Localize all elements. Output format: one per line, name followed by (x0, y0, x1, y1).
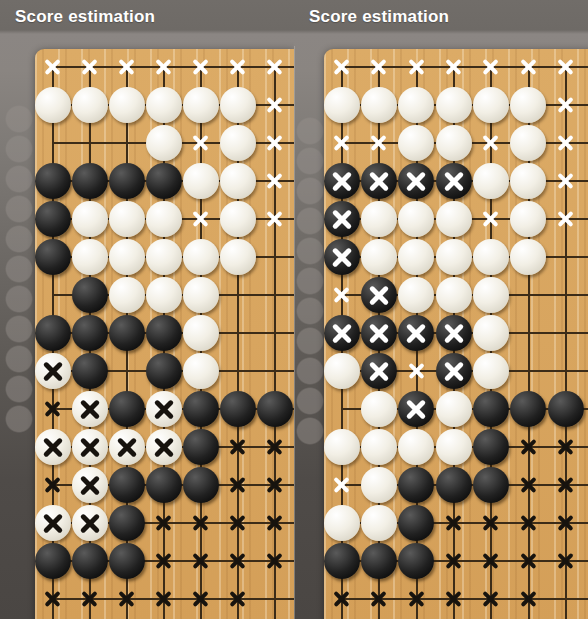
black-stone (473, 467, 509, 503)
board-cell[interactable] (256, 390, 293, 428)
board-cell[interactable] (398, 352, 435, 390)
board-cell[interactable] (108, 86, 145, 124)
board-cell[interactable] (145, 542, 182, 580)
board-cell[interactable] (547, 428, 584, 466)
board-cell[interactable] (472, 200, 509, 238)
board-cell[interactable] (71, 124, 108, 162)
board-cell[interactable] (435, 352, 472, 390)
board-cell[interactable] (398, 466, 435, 504)
black-territory-x-icon (230, 477, 246, 493)
black-stone (35, 201, 71, 237)
board-cell[interactable] (510, 162, 547, 200)
black-territory-x-icon (483, 591, 499, 607)
board-cell[interactable] (108, 428, 145, 466)
board-cell[interactable] (71, 162, 108, 200)
board-cell[interactable] (360, 352, 397, 390)
white-stone (398, 87, 434, 123)
board-cell[interactable] (435, 48, 472, 86)
board-cell[interactable] (547, 314, 584, 352)
black-territory-x-icon (230, 591, 246, 607)
white-territory-x-icon (334, 477, 350, 493)
board-cell[interactable] (71, 428, 108, 466)
board-cell[interactable] (256, 238, 293, 276)
board-cell[interactable] (108, 390, 145, 428)
board-cell[interactable] (145, 124, 182, 162)
board-cell[interactable] (472, 162, 509, 200)
board-cell[interactable] (398, 504, 435, 542)
board-cell[interactable] (323, 580, 360, 618)
board-cell[interactable] (323, 504, 360, 542)
board-cell[interactable] (398, 238, 435, 276)
board-cell[interactable] (219, 124, 256, 162)
white-territory-x-icon (267, 97, 283, 113)
board-cell[interactable] (323, 276, 360, 314)
board-cell[interactable] (108, 352, 145, 390)
black-territory-x-icon (45, 401, 61, 417)
white-stone (398, 277, 434, 313)
board-cell[interactable] (34, 124, 71, 162)
board-cell[interactable] (435, 466, 472, 504)
board-cell[interactable] (182, 390, 219, 428)
board-cell[interactable] (398, 162, 435, 200)
board-cell[interactable] (71, 238, 108, 276)
go-board[interactable] (324, 49, 588, 619)
board-cell[interactable] (108, 276, 145, 314)
board-cell[interactable] (71, 86, 108, 124)
board-cell[interactable] (547, 352, 584, 390)
white-territory-x-icon (558, 135, 574, 151)
white-stone (183, 87, 219, 123)
board-cell[interactable] (256, 352, 293, 390)
board-cell[interactable] (360, 238, 397, 276)
board-cell[interactable] (360, 48, 397, 86)
board-cell[interactable] (108, 504, 145, 542)
board-cell[interactable] (547, 238, 584, 276)
board-cell[interactable] (398, 428, 435, 466)
board-cell[interactable] (71, 580, 108, 618)
board-cell[interactable] (71, 314, 108, 352)
board-cell[interactable] (71, 48, 108, 86)
board-cell[interactable] (34, 504, 71, 542)
black-stone (146, 353, 182, 389)
white-stone (183, 239, 219, 275)
board-cell[interactable] (108, 162, 145, 200)
go-board[interactable] (35, 49, 294, 619)
board-cell[interactable] (108, 48, 145, 86)
board-cell[interactable] (145, 200, 182, 238)
black-territory-x-icon (156, 553, 172, 569)
board-cell[interactable] (256, 162, 293, 200)
board-cell[interactable] (472, 124, 509, 162)
black-stone (548, 391, 584, 427)
black-stone (510, 391, 546, 427)
board-cell[interactable] (182, 124, 219, 162)
white-stone (35, 87, 71, 123)
board-cell[interactable] (472, 504, 509, 542)
white-stone (183, 277, 219, 313)
white-stone (220, 239, 256, 275)
dead-stone-x-icon (443, 322, 465, 344)
board-cell[interactable] (145, 504, 182, 542)
board-cell[interactable] (360, 428, 397, 466)
board-cell[interactable] (34, 542, 71, 580)
board-cell[interactable] (360, 276, 397, 314)
board-cell[interactable] (360, 162, 397, 200)
board-cell[interactable] (472, 352, 509, 390)
board-cell[interactable] (510, 314, 547, 352)
page-title: Score estimation (15, 7, 155, 27)
board-cell[interactable] (34, 276, 71, 314)
board-cell[interactable] (435, 200, 472, 238)
board-cell[interactable] (547, 466, 584, 504)
black-stone (220, 391, 256, 427)
board-cell[interactable] (510, 390, 547, 428)
board-cell[interactable] (472, 428, 509, 466)
board-cell[interactable] (435, 580, 472, 618)
dead-stone-x-icon (368, 360, 390, 382)
board-cell[interactable] (323, 162, 360, 200)
board-cell[interactable] (323, 200, 360, 238)
board-cell[interactable] (182, 86, 219, 124)
board-cell[interactable] (219, 580, 256, 618)
black-territory-x-icon (558, 477, 574, 493)
white-stone (473, 277, 509, 313)
board-cell[interactable] (219, 48, 256, 86)
board-cell[interactable] (219, 314, 256, 352)
board-cell[interactable] (360, 314, 397, 352)
black-stone (35, 543, 71, 579)
dead-stone-x-icon (116, 436, 138, 458)
board-cell[interactable] (360, 466, 397, 504)
board-cell[interactable] (108, 314, 145, 352)
black-territory-x-icon (520, 477, 536, 493)
black-territory-x-icon (267, 477, 283, 493)
white-territory-x-icon (408, 363, 424, 379)
white-territory-x-icon (334, 59, 350, 75)
white-stone (324, 353, 360, 389)
white-territory-x-icon (267, 135, 283, 151)
black-territory-x-icon (193, 515, 209, 531)
board-cell[interactable] (323, 238, 360, 276)
board-cell[interactable] (435, 504, 472, 542)
black-stone (109, 391, 145, 427)
board-cell[interactable] (323, 542, 360, 580)
board-cell[interactable] (360, 542, 397, 580)
board-cell[interactable] (219, 162, 256, 200)
board-cell[interactable] (510, 428, 547, 466)
white-territory-x-icon (193, 59, 209, 75)
board-cell[interactable] (510, 276, 547, 314)
board-cell[interactable] (472, 466, 509, 504)
white-stone (361, 429, 397, 465)
dead-stone-x-icon (153, 436, 175, 458)
board-cell[interactable] (435, 238, 472, 276)
board-cell[interactable] (219, 238, 256, 276)
white-stone (146, 201, 182, 237)
board-cell[interactable] (145, 352, 182, 390)
board-cell[interactable] (71, 276, 108, 314)
board-cell[interactable] (547, 542, 584, 580)
board-cell[interactable] (256, 314, 293, 352)
board-cell[interactable] (71, 542, 108, 580)
board-cell[interactable] (510, 238, 547, 276)
white-territory-x-icon (82, 59, 98, 75)
white-stone (510, 125, 546, 161)
board-cell[interactable] (182, 542, 219, 580)
board-cell[interactable] (34, 352, 71, 390)
board-cell[interactable] (510, 542, 547, 580)
white-stone (436, 429, 472, 465)
board-cell[interactable] (472, 580, 509, 618)
board-cell[interactable] (145, 466, 182, 504)
board-cell[interactable] (472, 390, 509, 428)
board-cell[interactable] (71, 504, 108, 542)
board-cell[interactable] (219, 200, 256, 238)
board-cell[interactable] (71, 200, 108, 238)
board-cell[interactable] (323, 352, 360, 390)
board-cell[interactable] (472, 86, 509, 124)
board-cell[interactable] (219, 276, 256, 314)
white-stone (72, 239, 108, 275)
white-stone (510, 163, 546, 199)
board-cell[interactable] (219, 504, 256, 542)
board-cell[interactable] (435, 162, 472, 200)
board-cell[interactable] (182, 276, 219, 314)
board-cell[interactable] (108, 542, 145, 580)
board-cell[interactable] (108, 124, 145, 162)
white-territory-x-icon (558, 97, 574, 113)
board-cell[interactable] (219, 542, 256, 580)
board-cell[interactable] (510, 580, 547, 618)
board-cell[interactable] (34, 162, 71, 200)
board-cell[interactable] (323, 124, 360, 162)
board-cell[interactable] (398, 276, 435, 314)
white-territory-x-icon (267, 59, 283, 75)
dead-stone-x-icon (443, 360, 465, 382)
board-cell[interactable] (182, 238, 219, 276)
board-cell[interactable] (256, 48, 293, 86)
board-cell[interactable] (323, 314, 360, 352)
white-stone (436, 87, 472, 123)
board-cell[interactable] (398, 542, 435, 580)
dead-stone-x-icon (42, 512, 64, 534)
white-territory-x-icon (446, 59, 462, 75)
black-stone (257, 391, 293, 427)
board-cell[interactable] (108, 200, 145, 238)
white-stone (473, 353, 509, 389)
board-cell[interactable] (323, 466, 360, 504)
white-territory-x-icon (193, 211, 209, 227)
board-cell[interactable] (145, 162, 182, 200)
page-title: Score estimation (309, 7, 449, 27)
dead-stone-x-icon (331, 246, 353, 268)
board-cell[interactable] (360, 504, 397, 542)
white-stone (510, 201, 546, 237)
board-cell[interactable] (71, 466, 108, 504)
board-cell[interactable] (34, 428, 71, 466)
board-cell[interactable] (360, 86, 397, 124)
board-cell[interactable] (145, 86, 182, 124)
black-stone (35, 239, 71, 275)
board-cell[interactable] (34, 238, 71, 276)
board-cell[interactable] (510, 48, 547, 86)
board-cell[interactable] (510, 124, 547, 162)
board-cell[interactable] (472, 238, 509, 276)
board-cell[interactable] (34, 314, 71, 352)
board-cell[interactable] (34, 48, 71, 86)
board-cell[interactable] (256, 504, 293, 542)
board-cell[interactable] (145, 238, 182, 276)
board-cell[interactable] (472, 48, 509, 86)
board-cell[interactable] (510, 86, 547, 124)
board-cell[interactable] (182, 314, 219, 352)
board-cell[interactable] (108, 580, 145, 618)
board-cell[interactable] (256, 276, 293, 314)
board-cell[interactable] (145, 580, 182, 618)
black-territory-x-icon (45, 477, 61, 493)
board-cell[interactable] (256, 428, 293, 466)
board-cell[interactable] (219, 428, 256, 466)
board-cell[interactable] (256, 86, 293, 124)
dead-stone-x-icon (405, 398, 427, 420)
board-cell[interactable] (108, 238, 145, 276)
board-cell[interactable] (398, 314, 435, 352)
dead-stone-x-icon (79, 398, 101, 420)
board-cell[interactable] (547, 580, 584, 618)
board-cell[interactable] (547, 48, 584, 86)
board-cell[interactable] (510, 504, 547, 542)
black-territory-x-icon (520, 515, 536, 531)
board-cell[interactable] (323, 390, 360, 428)
white-stone (398, 125, 434, 161)
board-cell[interactable] (34, 200, 71, 238)
board-cell[interactable] (510, 352, 547, 390)
board-cell[interactable] (398, 48, 435, 86)
panel-right: Score estimation (294, 0, 588, 619)
board-cell[interactable] (34, 466, 71, 504)
board-cell[interactable] (510, 466, 547, 504)
board-cell[interactable] (219, 390, 256, 428)
white-stone (109, 277, 145, 313)
white-stone (220, 125, 256, 161)
white-territory-x-icon (520, 59, 536, 75)
board-cell[interactable] (71, 352, 108, 390)
black-territory-x-icon (230, 553, 246, 569)
board-cell[interactable] (360, 124, 397, 162)
dimmed-background-stones (295, 116, 325, 446)
board-cell[interactable] (510, 200, 547, 238)
board-cell[interactable] (219, 466, 256, 504)
white-stone (361, 467, 397, 503)
white-stone (220, 201, 256, 237)
board-cell[interactable] (398, 390, 435, 428)
board-cell[interactable] (435, 390, 472, 428)
dead-stone-x-icon (405, 170, 427, 192)
board-cell[interactable] (145, 428, 182, 466)
board-cell[interactable] (182, 580, 219, 618)
board-cell[interactable] (34, 86, 71, 124)
board-cell[interactable] (256, 200, 293, 238)
board-cell[interactable] (398, 200, 435, 238)
dead-stone-x-icon (368, 322, 390, 344)
board-cell[interactable] (435, 86, 472, 124)
board-cell[interactable] (547, 86, 584, 124)
board-cell[interactable] (219, 86, 256, 124)
board-cell[interactable] (472, 276, 509, 314)
board-cell[interactable] (323, 48, 360, 86)
board-cell[interactable] (182, 428, 219, 466)
board-cell[interactable] (182, 162, 219, 200)
board-cell[interactable] (360, 390, 397, 428)
board-cell[interactable] (323, 428, 360, 466)
board-cell[interactable] (145, 390, 182, 428)
black-stone (473, 391, 509, 427)
board-cell[interactable] (547, 124, 584, 162)
dead-stone-x-icon (405, 322, 427, 344)
board-cell[interactable] (398, 580, 435, 618)
white-stone (183, 163, 219, 199)
board-cell[interactable] (398, 124, 435, 162)
board-cell[interactable] (145, 276, 182, 314)
board-cell[interactable] (547, 162, 584, 200)
black-territory-x-icon (193, 591, 209, 607)
white-stone (473, 239, 509, 275)
board-cell[interactable] (547, 390, 584, 428)
board-cell[interactable] (398, 86, 435, 124)
board-cell[interactable] (256, 466, 293, 504)
board-cell[interactable] (108, 466, 145, 504)
board-cell[interactable] (547, 200, 584, 238)
white-territory-x-icon (230, 59, 246, 75)
board-cells (34, 48, 293, 618)
board-cell[interactable] (145, 314, 182, 352)
board-cell[interactable] (34, 580, 71, 618)
board-cell[interactable] (435, 314, 472, 352)
white-territory-x-icon (558, 211, 574, 227)
white-territory-x-icon (193, 135, 209, 151)
board-cell[interactable] (435, 276, 472, 314)
white-territory-x-icon (119, 59, 135, 75)
board-cell[interactable] (145, 48, 182, 86)
board-cell[interactable] (182, 48, 219, 86)
board-cell[interactable] (547, 276, 584, 314)
board-cell[interactable] (256, 580, 293, 618)
board-cell[interactable] (435, 124, 472, 162)
board-cell[interactable] (219, 352, 256, 390)
board-cell[interactable] (360, 580, 397, 618)
board-cell[interactable] (182, 504, 219, 542)
board-cell[interactable] (435, 542, 472, 580)
black-territory-x-icon (520, 439, 536, 455)
board-cell[interactable] (71, 390, 108, 428)
board-cell[interactable] (256, 542, 293, 580)
black-territory-x-icon (230, 515, 246, 531)
board-cell[interactable] (435, 428, 472, 466)
board-cell[interactable] (472, 542, 509, 580)
board-cell[interactable] (182, 466, 219, 504)
board-cell[interactable] (182, 352, 219, 390)
board-cell[interactable] (182, 200, 219, 238)
board-cell[interactable] (472, 314, 509, 352)
black-stone (361, 543, 397, 579)
white-territory-x-icon (45, 59, 61, 75)
board-cell[interactable] (323, 86, 360, 124)
board-cell[interactable] (34, 390, 71, 428)
dead-stone-x-icon (79, 436, 101, 458)
board-cell[interactable] (360, 200, 397, 238)
board-cell[interactable] (547, 504, 584, 542)
board-cell[interactable] (256, 124, 293, 162)
